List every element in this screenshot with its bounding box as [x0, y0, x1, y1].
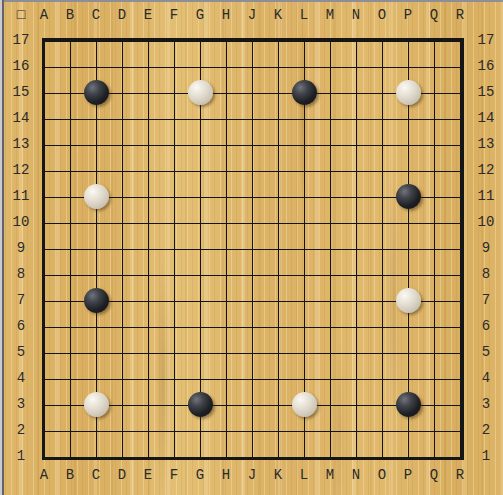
- stones-layer: [31, 27, 473, 469]
- stone-black-C7[interactable]: [84, 288, 109, 313]
- row-label-2: 2: [469, 417, 503, 443]
- column-label-C: C: [83, 6, 109, 24]
- row-label-7: 7: [469, 287, 503, 313]
- row-label-6: 6: [469, 313, 503, 339]
- column-label-E: E: [135, 6, 161, 24]
- row-label-3: 3: [469, 391, 503, 417]
- stone-black-L15[interactable]: [292, 80, 317, 105]
- column-label-D: D: [109, 6, 135, 24]
- row-label-14: 14: [469, 105, 503, 131]
- stone-white-C11[interactable]: [84, 184, 109, 209]
- column-label-M: M: [317, 6, 343, 24]
- column-label-P: P: [395, 6, 421, 24]
- stone-black-G3[interactable]: [188, 392, 213, 417]
- row-label-11: 11: [469, 183, 503, 209]
- stone-white-C3[interactable]: [84, 392, 109, 417]
- stone-black-P11[interactable]: [396, 184, 421, 209]
- row-labels-right: 1716151413121110987654321: [469, 27, 503, 469]
- row-label-13: 13: [469, 131, 503, 157]
- window-border-top: [0, 0, 503, 2]
- column-label-G: G: [187, 6, 213, 24]
- stone-black-P3[interactable]: [396, 392, 421, 417]
- column-label-Q: Q: [421, 6, 447, 24]
- row-label-5: 5: [469, 339, 503, 365]
- column-label-O: O: [369, 6, 395, 24]
- column-label-F: F: [161, 6, 187, 24]
- column-label-N: N: [343, 6, 369, 24]
- stone-white-G15[interactable]: [188, 80, 213, 105]
- row-label-17: 17: [469, 27, 503, 53]
- row-label-15: 15: [469, 79, 503, 105]
- row-label-12: 12: [469, 157, 503, 183]
- row-label-4: 4: [469, 365, 503, 391]
- row-label-1: 1: [469, 443, 503, 469]
- column-label-B: B: [57, 6, 83, 24]
- stone-white-L3[interactable]: [292, 392, 317, 417]
- row-label-9: 9: [469, 235, 503, 261]
- window-border-left-dark: [2, 0, 4, 495]
- row-label-16: 16: [469, 53, 503, 79]
- stone-white-P15[interactable]: [396, 80, 421, 105]
- goban-screen: □ ABCDEFGHJKLMNOPQR ABCDEFGHJKLMNOPQR 17…: [0, 0, 503, 495]
- stone-white-P7[interactable]: [396, 288, 421, 313]
- column-label-K: K: [265, 6, 291, 24]
- row-label-8: 8: [469, 261, 503, 287]
- column-label-R: R: [447, 6, 473, 24]
- column-label-H: H: [213, 6, 239, 24]
- column-label-L: L: [291, 6, 317, 24]
- column-label-J: J: [239, 6, 265, 24]
- stone-black-C15[interactable]: [84, 80, 109, 105]
- column-labels-top: ABCDEFGHJKLMNOPQR: [31, 6, 473, 24]
- row-label-10: 10: [469, 209, 503, 235]
- column-label-A: A: [31, 6, 57, 24]
